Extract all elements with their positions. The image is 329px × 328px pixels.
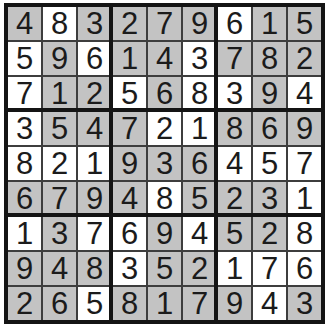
- cell-r4c1[interactable]: 3: [8, 112, 41, 145]
- cell-r8c2[interactable]: 4: [43, 252, 76, 285]
- cell-r9c3[interactable]: 5: [78, 287, 111, 320]
- cell-r4c7[interactable]: 8: [218, 112, 251, 145]
- cell-r1c7[interactable]: 6: [218, 7, 251, 40]
- cell-r6c6[interactable]: 5: [183, 182, 216, 215]
- cell-r6c2[interactable]: 7: [43, 182, 76, 215]
- cell-r3c3[interactable]: 2: [78, 77, 111, 110]
- cell-r3c1[interactable]: 7: [8, 77, 41, 110]
- cell-r3c9[interactable]: 4: [288, 77, 321, 110]
- cell-r1c8[interactable]: 1: [253, 7, 286, 40]
- cell-r3c7[interactable]: 3: [218, 77, 251, 110]
- cell-r5c7[interactable]: 4: [218, 147, 251, 180]
- cell-r9c1[interactable]: 2: [8, 287, 41, 320]
- cell-r2c6[interactable]: 3: [183, 42, 216, 75]
- cell-r3c5[interactable]: 6: [148, 77, 181, 110]
- cell-r5c9[interactable]: 7: [288, 147, 321, 180]
- cell-r6c5[interactable]: 8: [148, 182, 181, 215]
- cell-r2c3[interactable]: 6: [78, 42, 111, 75]
- cell-r8c1[interactable]: 9: [8, 252, 41, 285]
- cell-r5c4[interactable]: 9: [113, 147, 146, 180]
- cell-r4c5[interactable]: 2: [148, 112, 181, 145]
- cell-r9c5[interactable]: 1: [148, 287, 181, 320]
- cell-r9c7[interactable]: 9: [218, 287, 251, 320]
- cell-r4c2[interactable]: 5: [43, 112, 76, 145]
- cell-r3c8[interactable]: 9: [253, 77, 286, 110]
- cell-r6c7[interactable]: 2: [218, 182, 251, 215]
- cell-r4c8[interactable]: 6: [253, 112, 286, 145]
- cell-r6c3[interactable]: 9: [78, 182, 111, 215]
- cell-r9c9[interactable]: 3: [288, 287, 321, 320]
- cell-r8c3[interactable]: 8: [78, 252, 111, 285]
- page: 4832796155961437827125683943547218698219…: [0, 0, 329, 328]
- cell-r1c5[interactable]: 7: [148, 7, 181, 40]
- cell-r6c8[interactable]: 3: [253, 182, 286, 215]
- cell-r7c3[interactable]: 7: [78, 217, 111, 250]
- cell-r3c2[interactable]: 1: [43, 77, 76, 110]
- cell-r5c1[interactable]: 8: [8, 147, 41, 180]
- cell-r2c7[interactable]: 7: [218, 42, 251, 75]
- cell-r5c5[interactable]: 3: [148, 147, 181, 180]
- cell-r1c2[interactable]: 8: [43, 7, 76, 40]
- cell-r4c3[interactable]: 4: [78, 112, 111, 145]
- cell-r6c1[interactable]: 6: [8, 182, 41, 215]
- cell-r8c9[interactable]: 6: [288, 252, 321, 285]
- cell-r1c3[interactable]: 3: [78, 7, 111, 40]
- cell-r2c1[interactable]: 5: [8, 42, 41, 75]
- cell-r7c6[interactable]: 4: [183, 217, 216, 250]
- cell-r7c7[interactable]: 5: [218, 217, 251, 250]
- cell-r2c9[interactable]: 2: [288, 42, 321, 75]
- cell-r5c8[interactable]: 5: [253, 147, 286, 180]
- cell-r1c6[interactable]: 9: [183, 7, 216, 40]
- cell-r7c8[interactable]: 2: [253, 217, 286, 250]
- cell-r8c8[interactable]: 7: [253, 252, 286, 285]
- cell-r7c9[interactable]: 8: [288, 217, 321, 250]
- cell-r4c4[interactable]: 7: [113, 112, 146, 145]
- cell-r4c9[interactable]: 9: [288, 112, 321, 145]
- cell-r7c5[interactable]: 9: [148, 217, 181, 250]
- cell-r8c6[interactable]: 2: [183, 252, 216, 285]
- cell-r8c5[interactable]: 5: [148, 252, 181, 285]
- cell-r8c4[interactable]: 3: [113, 252, 146, 285]
- cell-r7c1[interactable]: 1: [8, 217, 41, 250]
- cell-r1c4[interactable]: 2: [113, 7, 146, 40]
- cell-r2c4[interactable]: 1: [113, 42, 146, 75]
- cell-r7c2[interactable]: 3: [43, 217, 76, 250]
- cell-r3c4[interactable]: 5: [113, 77, 146, 110]
- sudoku-board: 4832796155961437827125683943547218698219…: [4, 3, 325, 324]
- cell-r1c9[interactable]: 5: [288, 7, 321, 40]
- cell-r8c7[interactable]: 1: [218, 252, 251, 285]
- cell-r9c6[interactable]: 7: [183, 287, 216, 320]
- cell-r9c4[interactable]: 8: [113, 287, 146, 320]
- cell-r5c2[interactable]: 2: [43, 147, 76, 180]
- cell-r5c6[interactable]: 6: [183, 147, 216, 180]
- cell-r9c2[interactable]: 6: [43, 287, 76, 320]
- cell-r6c9[interactable]: 1: [288, 182, 321, 215]
- cell-r3c6[interactable]: 8: [183, 77, 216, 110]
- cell-r2c2[interactable]: 9: [43, 42, 76, 75]
- cell-r6c4[interactable]: 4: [113, 182, 146, 215]
- cell-r2c5[interactable]: 4: [148, 42, 181, 75]
- cell-r1c1[interactable]: 4: [8, 7, 41, 40]
- cell-r7c4[interactable]: 6: [113, 217, 146, 250]
- cell-r2c8[interactable]: 8: [253, 42, 286, 75]
- cell-r5c3[interactable]: 1: [78, 147, 111, 180]
- cell-r4c6[interactable]: 1: [183, 112, 216, 145]
- cell-r9c8[interactable]: 4: [253, 287, 286, 320]
